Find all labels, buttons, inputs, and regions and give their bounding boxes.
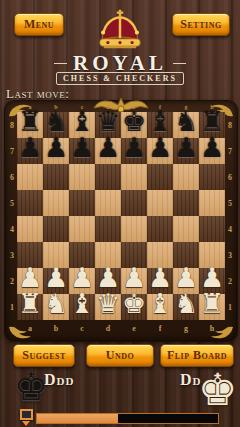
strength-bar[interactable] [36, 413, 219, 424]
black-king-icon: ♚ [14, 366, 44, 408]
white-king-icon: ♚ [198, 364, 232, 416]
square-c4[interactable] [69, 216, 95, 242]
logo-line-right [173, 63, 186, 64]
square-d7[interactable]: ♟ [95, 138, 121, 164]
logo-line-left [54, 63, 67, 64]
square-c1[interactable]: ♝ [69, 294, 95, 320]
rank-label: 6 [7, 164, 17, 190]
rank-label: 2 [225, 268, 235, 294]
rank-label: 1 [225, 294, 235, 320]
square-d6[interactable] [95, 164, 121, 190]
piece-white-king[interactable]: ♚ [121, 287, 147, 320]
rank-label: 8 [7, 112, 17, 138]
square-c5[interactable] [69, 190, 95, 216]
file-label: c [69, 321, 95, 335]
square-a7[interactable]: ♟ [17, 138, 43, 164]
logo-subtitle-row: CHESS & CHECKERS [0, 72, 240, 85]
rank-labels-left: 87654321 [7, 112, 17, 320]
square-g7[interactable]: ♟ [173, 138, 199, 164]
square-b5[interactable] [43, 190, 69, 216]
square-d1[interactable]: ♛ [95, 294, 121, 320]
square-e4[interactable] [121, 216, 147, 242]
square-c6[interactable] [69, 164, 95, 190]
piece-black-pawn[interactable]: ♟ [147, 131, 173, 164]
square-h5[interactable] [199, 190, 225, 216]
file-label: e [121, 321, 147, 335]
rank-label: 1 [7, 294, 17, 320]
logo-subtitle: CHESS & CHECKERS [56, 72, 184, 85]
setting-button[interactable]: Setting [172, 13, 230, 36]
square-f7[interactable]: ♟ [147, 138, 173, 164]
square-e1[interactable]: ♚ [121, 294, 147, 320]
file-label: h [199, 321, 225, 335]
crown-logo-icon [94, 9, 146, 51]
piece-black-pawn[interactable]: ♟ [43, 131, 69, 164]
rank-label: 6 [225, 164, 235, 190]
square-b4[interactable] [43, 216, 69, 242]
square-f4[interactable] [147, 216, 173, 242]
file-labels-bottom: abcdefgh [17, 321, 225, 335]
square-g1[interactable]: ♞ [173, 294, 199, 320]
piece-white-rook[interactable]: ♜ [17, 287, 43, 320]
square-b6[interactable] [43, 164, 69, 190]
file-label: f [147, 321, 173, 335]
rank-label: 5 [7, 190, 17, 216]
file-label: b [43, 321, 69, 335]
square-e6[interactable] [121, 164, 147, 190]
square-h1[interactable]: ♜ [199, 294, 225, 320]
piece-black-pawn[interactable]: ♟ [95, 131, 121, 164]
square-h6[interactable] [199, 164, 225, 190]
undo-button[interactable]: Undo [86, 344, 154, 367]
rank-label: 5 [225, 190, 235, 216]
square-h7[interactable]: ♟ [199, 138, 225, 164]
square-g4[interactable] [173, 216, 199, 242]
chess-board: abcdefgh 87654321 87654321 ♜♞♝♛♚♝♞♜♟♟♟♟♟… [4, 100, 238, 342]
file-label: a [17, 321, 43, 335]
square-b7[interactable]: ♟ [43, 138, 69, 164]
suggest-button[interactable]: Suggest [13, 344, 75, 367]
piece-white-bishop[interactable]: ♝ [147, 287, 173, 320]
rank-label: 8 [225, 112, 235, 138]
board-squares: ♜♞♝♛♚♝♞♜♟♟♟♟♟♟♟♟♟♟♟♟♟♟♟♟♜♞♝♛♚♝♞♜ [17, 112, 225, 320]
piece-white-bishop[interactable]: ♝ [69, 287, 95, 320]
square-f1[interactable]: ♝ [147, 294, 173, 320]
rank-label: 7 [225, 138, 235, 164]
square-e7[interactable]: ♟ [121, 138, 147, 164]
rank-label: 7 [7, 138, 17, 164]
app-window: Menu Setting ROYAL CHESS & CHECKERS Last… [0, 0, 240, 427]
piece-white-queen[interactable]: ♛ [95, 287, 121, 320]
square-a4[interactable] [17, 216, 43, 242]
square-d4[interactable] [95, 216, 121, 242]
piece-black-pawn[interactable]: ♟ [17, 131, 43, 164]
menu-button[interactable]: Menu [14, 13, 64, 36]
file-label: g [173, 321, 199, 335]
rank-label: 2 [7, 268, 17, 294]
rank-label: 4 [7, 216, 17, 242]
piece-black-pawn[interactable]: ♟ [199, 131, 225, 164]
square-f6[interactable] [147, 164, 173, 190]
square-g5[interactable] [173, 190, 199, 216]
square-h4[interactable] [199, 216, 225, 242]
rank-label: 4 [225, 216, 235, 242]
piece-white-knight[interactable]: ♞ [43, 287, 69, 320]
black-player-name: Ddd [44, 371, 74, 389]
difficulty-slider-handle[interactable] [20, 409, 33, 420]
square-a5[interactable] [17, 190, 43, 216]
piece-white-rook[interactable]: ♜ [199, 287, 225, 320]
piece-black-pawn[interactable]: ♟ [121, 131, 147, 164]
piece-white-knight[interactable]: ♞ [173, 287, 199, 320]
rank-label: 3 [225, 242, 235, 268]
rank-label: 3 [7, 242, 17, 268]
rank-labels-right: 87654321 [225, 112, 235, 320]
square-d5[interactable] [95, 190, 121, 216]
square-f5[interactable] [147, 190, 173, 216]
slider-pointer-icon [22, 421, 30, 426]
square-c7[interactable]: ♟ [69, 138, 95, 164]
square-b1[interactable]: ♞ [43, 294, 69, 320]
square-e5[interactable] [121, 190, 147, 216]
piece-black-pawn[interactable]: ♟ [69, 131, 95, 164]
file-label: d [95, 321, 121, 335]
square-a6[interactable] [17, 164, 43, 190]
square-a1[interactable]: ♜ [17, 294, 43, 320]
piece-black-pawn[interactable]: ♟ [173, 131, 199, 164]
square-g6[interactable] [173, 164, 199, 190]
strength-bar-fill [37, 414, 118, 423]
